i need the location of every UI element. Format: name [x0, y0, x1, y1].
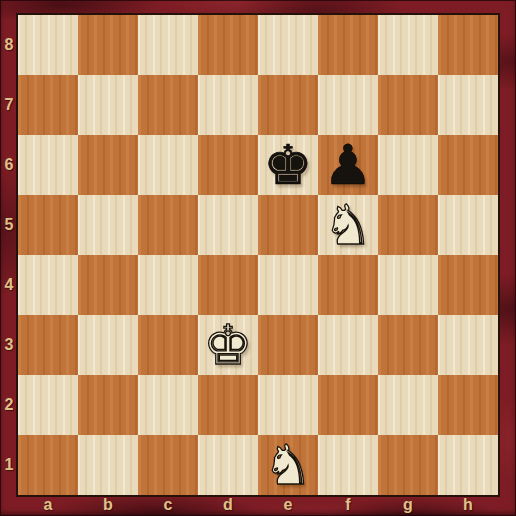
square-f4[interactable] [318, 255, 378, 315]
square-b8[interactable] [78, 15, 138, 75]
square-a5[interactable] [18, 195, 78, 255]
square-d8[interactable] [198, 15, 258, 75]
rank-label-4: 4 [0, 255, 18, 315]
square-e2[interactable] [258, 375, 318, 435]
file-label-c: c [138, 495, 198, 516]
square-d3[interactable]: ♚ [198, 315, 258, 375]
square-c5[interactable] [138, 195, 198, 255]
square-d2[interactable] [198, 375, 258, 435]
square-b7[interactable] [78, 75, 138, 135]
square-f6[interactable]: ♟ [318, 135, 378, 195]
square-c7[interactable] [138, 75, 198, 135]
square-e6[interactable]: ♚ [258, 135, 318, 195]
square-g3[interactable] [378, 315, 438, 375]
square-d4[interactable] [198, 255, 258, 315]
rank-label-8: 8 [0, 15, 18, 75]
rank-label-3: 3 [0, 315, 18, 375]
square-e8[interactable] [258, 15, 318, 75]
rank-label-6: 6 [0, 135, 18, 195]
file-label-e: e [258, 495, 318, 516]
square-a2[interactable] [18, 375, 78, 435]
square-e1[interactable]: ♞ [258, 435, 318, 495]
square-h6[interactable] [438, 135, 498, 195]
square-b2[interactable] [78, 375, 138, 435]
rank-label-1: 1 [0, 435, 18, 495]
square-c4[interactable] [138, 255, 198, 315]
board: ♚♟♞♚♞ [18, 15, 498, 495]
square-a4[interactable] [18, 255, 78, 315]
square-f8[interactable] [318, 15, 378, 75]
square-g5[interactable] [378, 195, 438, 255]
square-h5[interactable] [438, 195, 498, 255]
square-a7[interactable] [18, 75, 78, 135]
square-f3[interactable] [318, 315, 378, 375]
square-c1[interactable] [138, 435, 198, 495]
file-label-d: d [198, 495, 258, 516]
square-e7[interactable] [258, 75, 318, 135]
white-king[interactable]: ♚ [203, 315, 252, 375]
square-b4[interactable] [78, 255, 138, 315]
square-g2[interactable] [378, 375, 438, 435]
square-d6[interactable] [198, 135, 258, 195]
square-f1[interactable] [318, 435, 378, 495]
file-label-f: f [318, 495, 378, 516]
chess-board-frame: ♚♟♞♚♞ 87654321 abcdefgh [0, 0, 516, 516]
square-a3[interactable] [18, 315, 78, 375]
black-pawn[interactable]: ♟ [323, 135, 372, 195]
square-d7[interactable] [198, 75, 258, 135]
rank-label-2: 2 [0, 375, 18, 435]
square-h4[interactable] [438, 255, 498, 315]
square-a8[interactable] [18, 15, 78, 75]
square-e3[interactable] [258, 315, 318, 375]
square-b5[interactable] [78, 195, 138, 255]
white-knight[interactable]: ♞ [323, 195, 372, 255]
square-f2[interactable] [318, 375, 378, 435]
square-h2[interactable] [438, 375, 498, 435]
square-d5[interactable] [198, 195, 258, 255]
square-b1[interactable] [78, 435, 138, 495]
square-f5[interactable]: ♞ [318, 195, 378, 255]
file-label-h: h [438, 495, 498, 516]
square-g7[interactable] [378, 75, 438, 135]
square-b3[interactable] [78, 315, 138, 375]
square-c8[interactable] [138, 15, 198, 75]
square-f7[interactable] [318, 75, 378, 135]
square-e5[interactable] [258, 195, 318, 255]
square-b6[interactable] [78, 135, 138, 195]
square-d1[interactable] [198, 435, 258, 495]
square-e4[interactable] [258, 255, 318, 315]
square-g8[interactable] [378, 15, 438, 75]
white-knight[interactable]: ♞ [263, 435, 312, 495]
square-h7[interactable] [438, 75, 498, 135]
square-h3[interactable] [438, 315, 498, 375]
square-h1[interactable] [438, 435, 498, 495]
square-g4[interactable] [378, 255, 438, 315]
file-label-b: b [78, 495, 138, 516]
file-label-g: g [378, 495, 438, 516]
square-c6[interactable] [138, 135, 198, 195]
square-c2[interactable] [138, 375, 198, 435]
square-h8[interactable] [438, 15, 498, 75]
square-a1[interactable] [18, 435, 78, 495]
square-c3[interactable] [138, 315, 198, 375]
square-g6[interactable] [378, 135, 438, 195]
rank-label-5: 5 [0, 195, 18, 255]
rank-label-7: 7 [0, 75, 18, 135]
black-king[interactable]: ♚ [263, 135, 312, 195]
file-label-a: a [18, 495, 78, 516]
square-g1[interactable] [378, 435, 438, 495]
square-a6[interactable] [18, 135, 78, 195]
